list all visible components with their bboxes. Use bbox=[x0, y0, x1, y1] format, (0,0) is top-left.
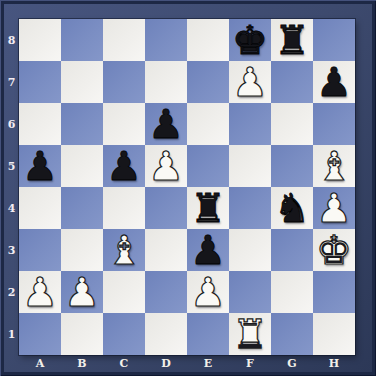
rank-label-3: 3 bbox=[4, 229, 19, 271]
square-b1[interactable] bbox=[61, 313, 103, 355]
square-b7[interactable] bbox=[61, 61, 103, 103]
black-pawn[interactable]: ♟ bbox=[106, 145, 142, 187]
black-pawn[interactable]: ♟ bbox=[316, 61, 352, 103]
file-label-b: B bbox=[61, 355, 103, 372]
square-d3[interactable] bbox=[145, 229, 187, 271]
square-a7[interactable] bbox=[19, 61, 61, 103]
square-g5[interactable] bbox=[271, 145, 313, 187]
black-king[interactable]: ♚ bbox=[232, 19, 268, 61]
rank-label-2: 2 bbox=[4, 271, 19, 313]
square-f1[interactable]: ♜ bbox=[229, 313, 271, 355]
black-pawn[interactable]: ♟ bbox=[22, 145, 58, 187]
square-e5[interactable] bbox=[187, 145, 229, 187]
square-a5[interactable]: ♟ bbox=[19, 145, 61, 187]
black-knight[interactable]: ♞ bbox=[274, 187, 310, 229]
square-d5[interactable]: ♟ bbox=[145, 145, 187, 187]
rank-label-7: 7 bbox=[4, 61, 19, 103]
square-b4[interactable] bbox=[61, 187, 103, 229]
square-d6[interactable]: ♟ bbox=[145, 103, 187, 145]
square-h3[interactable]: ♚ bbox=[313, 229, 355, 271]
white-bishop[interactable]: ♝ bbox=[106, 229, 142, 271]
rank-label-4: 4 bbox=[4, 187, 19, 229]
file-label-c: C bbox=[103, 355, 145, 372]
square-a1[interactable] bbox=[19, 313, 61, 355]
rank-label-6: 6 bbox=[4, 103, 19, 145]
white-rook[interactable]: ♜ bbox=[232, 313, 268, 355]
square-e7[interactable] bbox=[187, 61, 229, 103]
square-b3[interactable] bbox=[61, 229, 103, 271]
square-a4[interactable] bbox=[19, 187, 61, 229]
square-f4[interactable] bbox=[229, 187, 271, 229]
chess-diagram: 87654321 ♚♜♟♟♟♟♟♟♝♜♞♟♝♟♚♟♟♟♜ ABCDEFGH bbox=[0, 0, 376, 376]
square-a2[interactable]: ♟ bbox=[19, 271, 61, 313]
black-pawn[interactable]: ♟ bbox=[148, 103, 184, 145]
square-e4[interactable]: ♜ bbox=[187, 187, 229, 229]
square-d7[interactable] bbox=[145, 61, 187, 103]
square-g6[interactable] bbox=[271, 103, 313, 145]
square-f7[interactable]: ♟ bbox=[229, 61, 271, 103]
white-pawn[interactable]: ♟ bbox=[22, 271, 58, 313]
square-c5[interactable]: ♟ bbox=[103, 145, 145, 187]
black-rook[interactable]: ♜ bbox=[190, 187, 226, 229]
square-e2[interactable]: ♟ bbox=[187, 271, 229, 313]
file-labels: ABCDEFGH bbox=[19, 355, 355, 372]
square-b5[interactable] bbox=[61, 145, 103, 187]
square-g7[interactable] bbox=[271, 61, 313, 103]
white-pawn[interactable]: ♟ bbox=[148, 145, 184, 187]
square-c4[interactable] bbox=[103, 187, 145, 229]
square-f3[interactable] bbox=[229, 229, 271, 271]
square-e8[interactable] bbox=[187, 19, 229, 61]
rank-label-5: 5 bbox=[4, 145, 19, 187]
square-b2[interactable]: ♟ bbox=[61, 271, 103, 313]
square-g2[interactable] bbox=[271, 271, 313, 313]
square-h4[interactable]: ♟ bbox=[313, 187, 355, 229]
square-c7[interactable] bbox=[103, 61, 145, 103]
white-pawn[interactable]: ♟ bbox=[232, 61, 268, 103]
file-label-d: D bbox=[145, 355, 187, 372]
square-h8[interactable] bbox=[313, 19, 355, 61]
square-e1[interactable] bbox=[187, 313, 229, 355]
square-a8[interactable] bbox=[19, 19, 61, 61]
square-h6[interactable] bbox=[313, 103, 355, 145]
square-h2[interactable] bbox=[313, 271, 355, 313]
square-g8[interactable]: ♜ bbox=[271, 19, 313, 61]
square-b6[interactable] bbox=[61, 103, 103, 145]
square-a6[interactable] bbox=[19, 103, 61, 145]
white-pawn[interactable]: ♟ bbox=[316, 187, 352, 229]
square-g3[interactable] bbox=[271, 229, 313, 271]
square-f2[interactable] bbox=[229, 271, 271, 313]
square-c2[interactable] bbox=[103, 271, 145, 313]
black-rook[interactable]: ♜ bbox=[274, 19, 310, 61]
file-label-f: F bbox=[229, 355, 271, 372]
white-king[interactable]: ♚ bbox=[316, 229, 352, 271]
square-h7[interactable]: ♟ bbox=[313, 61, 355, 103]
square-d1[interactable] bbox=[145, 313, 187, 355]
white-pawn[interactable]: ♟ bbox=[64, 271, 100, 313]
square-c8[interactable] bbox=[103, 19, 145, 61]
square-d8[interactable] bbox=[145, 19, 187, 61]
square-f5[interactable] bbox=[229, 145, 271, 187]
square-b8[interactable] bbox=[61, 19, 103, 61]
file-label-g: G bbox=[271, 355, 313, 372]
square-c1[interactable] bbox=[103, 313, 145, 355]
square-f6[interactable] bbox=[229, 103, 271, 145]
chess-board: ♚♜♟♟♟♟♟♟♝♜♞♟♝♟♚♟♟♟♜ bbox=[19, 19, 355, 355]
square-e3[interactable]: ♟ bbox=[187, 229, 229, 271]
file-label-h: H bbox=[313, 355, 355, 372]
rank-label-1: 1 bbox=[4, 313, 19, 355]
black-pawn[interactable]: ♟ bbox=[190, 229, 226, 271]
square-e6[interactable] bbox=[187, 103, 229, 145]
square-h1[interactable] bbox=[313, 313, 355, 355]
square-h5[interactable]: ♝ bbox=[313, 145, 355, 187]
square-a3[interactable] bbox=[19, 229, 61, 271]
white-bishop[interactable]: ♝ bbox=[316, 145, 352, 187]
square-c6[interactable] bbox=[103, 103, 145, 145]
file-label-a: A bbox=[19, 355, 61, 372]
square-f8[interactable]: ♚ bbox=[229, 19, 271, 61]
square-g1[interactable] bbox=[271, 313, 313, 355]
square-d4[interactable] bbox=[145, 187, 187, 229]
rank-labels: 87654321 bbox=[4, 19, 19, 355]
square-c3[interactable]: ♝ bbox=[103, 229, 145, 271]
white-pawn[interactable]: ♟ bbox=[190, 271, 226, 313]
file-label-e: E bbox=[187, 355, 229, 372]
rank-label-8: 8 bbox=[4, 19, 19, 61]
square-d2[interactable] bbox=[145, 271, 187, 313]
square-g4[interactable]: ♞ bbox=[271, 187, 313, 229]
